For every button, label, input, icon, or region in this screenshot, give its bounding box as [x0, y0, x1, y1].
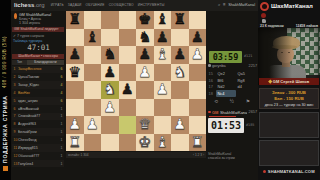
- white-clock: 01:53: [208, 118, 244, 133]
- white-knight-piece[interactable]: ♞: [173, 64, 186, 82]
- player-bottom-name[interactable]: ShakhMatKanal: [220, 110, 247, 115]
- tournament-players: 1 304 игрока: [19, 21, 64, 25]
- white-rank-tag: #185: [246, 123, 258, 127]
- white-pawn-piece[interactable]: ♟: [86, 116, 99, 134]
- player-top-name[interactable]: gorynba: [212, 64, 247, 68]
- donor-row: 12Обычный7771: [12, 152, 64, 160]
- player-bottom-row[interactable]: GM ShakhMatKanal 2657: [208, 110, 257, 115]
- left-edge-strip: 498 / 9 999 RUB (5%) ПОДДЕРЖКА СТРИМА: [0, 0, 11, 180]
- price-line-1: Зевок - 300 RUB: [272, 90, 306, 95]
- player-bottom-rating: 2657: [249, 110, 257, 114]
- square-a1[interactable]: ♜: [66, 134, 84, 152]
- donor-name: ВикНик: [18, 91, 61, 95]
- thumbs-up-icon: [262, 19, 266, 23]
- donor-value: 1: [61, 138, 63, 142]
- square-e1[interactable]: ♚: [136, 134, 154, 152]
- black-pawn-piece[interactable]: ♟: [173, 46, 186, 64]
- square-d3[interactable]: [119, 99, 137, 117]
- square-a7[interactable]: [66, 29, 84, 47]
- donor-row: 2ЧукчаПавлик6: [12, 73, 64, 81]
- black-pawn-piece[interactable]: ♟: [191, 29, 204, 47]
- square-a3[interactable]: [66, 99, 84, 117]
- square-h5[interactable]: [189, 64, 207, 82]
- chess-board[interactable]: ♜♚♝♜♝♞♟♟♟♞♟♝♟♟♛♟♟♞♞♟♟♟♟♟♛♟♜♚♝♜: [66, 11, 206, 151]
- square-a4[interactable]: [66, 81, 84, 99]
- donor-value: 1: [61, 154, 63, 158]
- square-c2[interactable]: [101, 116, 119, 134]
- menu-item-сообщество[interactable]: СООБЩЕСТВО: [109, 3, 134, 7]
- square-h1[interactable]: ♜: [189, 134, 207, 152]
- donor-tabs: Топ Благодарности: [12, 60, 64, 65]
- lichess-logo[interactable]: lichess.org: [14, 2, 45, 8]
- black-pawn-piece[interactable]: ♟: [138, 46, 151, 64]
- donor-name: Андрей963: [18, 122, 61, 126]
- subscribe-icon: [261, 13, 266, 18]
- square-g6[interactable]: ♟: [171, 46, 189, 64]
- square-c8[interactable]: [101, 11, 119, 29]
- black-bishop-piece[interactable]: ♝: [86, 29, 99, 47]
- donor-name: ЗахарВеселов: [18, 67, 61, 71]
- move-list[interactable]: 15Qe2Qa516Bf6Rg817Nd2d418Nc4: [207, 71, 257, 97]
- donor-value: 6: [61, 67, 63, 71]
- square-b4[interactable]: [84, 81, 102, 99]
- donor-value: 1: [61, 122, 63, 126]
- channel-stats: 23 К подписок 12458 лайков: [259, 24, 319, 28]
- streamer-live-icon: [208, 111, 211, 114]
- square-f7[interactable]: ♟: [154, 29, 172, 47]
- menu-item-обучение[interactable]: ОБУЧЕНИЕ: [86, 3, 105, 7]
- square-f5[interactable]: [154, 64, 172, 82]
- search-icon[interactable]: ⌕: [218, 3, 221, 8]
- square-d1[interactable]: [119, 134, 137, 152]
- square-d5[interactable]: [119, 64, 137, 82]
- donor-row: 3Захар_Юдин4: [12, 81, 64, 89]
- chat-line: спасибо за стрим: [208, 156, 256, 161]
- square-b8[interactable]: [84, 11, 102, 29]
- donor-value: 1: [61, 130, 63, 134]
- donor-value: 4: [61, 83, 63, 87]
- square-c6[interactable]: ♞: [101, 46, 119, 64]
- square-g2[interactable]: ♟: [171, 116, 189, 134]
- topbar-username[interactable]: ShakhMatKanal: [228, 3, 255, 7]
- black-pawn-piece[interactable]: ♟: [121, 81, 134, 99]
- donor-row: 5один_штрих6: [12, 97, 64, 105]
- black-knight-piece[interactable]: ♞: [138, 29, 151, 47]
- square-e5[interactable]: ♟: [136, 64, 154, 82]
- price-line-2: Бан - 150 RUB: [274, 96, 304, 101]
- donor-name: один_штрих: [18, 99, 61, 103]
- player-top-rating: 2257: [249, 64, 257, 68]
- donor-tab-top: Топ: [12, 60, 27, 65]
- channel-title: ШахМатКанал: [271, 3, 319, 9]
- donor-name: аВтоВажный: [18, 107, 61, 111]
- donor-value: 4: [61, 91, 63, 95]
- square-d2[interactable]: [119, 116, 137, 134]
- webcam-frame: [258, 28, 320, 85]
- donor-row: 9БелыйГром1: [12, 128, 64, 136]
- square-g8[interactable]: ♜: [171, 11, 189, 29]
- donor-row: 11Изумруд8151: [12, 144, 64, 152]
- donor-row: 6аВтоВажный1: [12, 105, 64, 113]
- donor-row: 10ChessФонд1: [12, 136, 64, 144]
- square-c4[interactable]: ♞: [101, 81, 119, 99]
- resign-button[interactable]: ⚑: [246, 99, 250, 104]
- move-white[interactable]: Nc4: [216, 90, 236, 97]
- donor-row: 4ВикНик4: [12, 89, 64, 97]
- white-bishop-piece[interactable]: ♝: [156, 134, 169, 152]
- webcam-caption: GM Сергей Шипов: [259, 78, 319, 85]
- square-h2[interactable]: [189, 116, 207, 134]
- black-pawn-piece[interactable]: ♟: [103, 64, 116, 82]
- donor-name: Обычный777: [18, 154, 61, 158]
- donor-name: Изумруд815: [18, 146, 61, 150]
- square-e3[interactable]: [136, 99, 154, 117]
- alert-box-1: [259, 112, 319, 138]
- square-d4[interactable]: ♟: [119, 81, 137, 99]
- donation-progress-label: 498 / 9 999 RUB (5%): [2, 4, 7, 88]
- donor-row: 13Голубев41: [12, 160, 64, 168]
- square-g1[interactable]: [171, 134, 189, 152]
- stream-support-label: ПОДДЕРЖКА СТРИМА: [2, 93, 8, 163]
- grid-menu-icon[interactable]: ≡: [223, 3, 226, 8]
- tournament-timer: 47:01: [11, 43, 66, 52]
- game-action-buttons: ⟲½⚑: [214, 99, 250, 104]
- square-c7[interactable]: [101, 29, 119, 47]
- white-queen-piece[interactable]: ♛: [138, 116, 151, 134]
- player-status-icon: [208, 64, 211, 67]
- camera-shading: [258, 28, 320, 85]
- pager[interactable]: ‹ 1 2 3 ›: [193, 153, 204, 157]
- black-king-piece[interactable]: ♚: [138, 11, 151, 29]
- square-b1[interactable]: [84, 134, 102, 152]
- orange-marker-icon: [3, 166, 8, 171]
- channel-logo-icon: [260, 2, 269, 11]
- square-e2[interactable]: ♛: [136, 116, 154, 134]
- square-a2[interactable]: ♟: [66, 116, 84, 134]
- lichess-topbar: lichess.org ИГРАТЬЗАДАЧИОБУЧЕНИЕСООБЩЕСТ…: [11, 0, 258, 11]
- white-pawn-piece[interactable]: ♟: [103, 99, 116, 117]
- donor-name: ЧукчаПавлик: [18, 75, 61, 79]
- takeback-button[interactable]: ⟲: [214, 99, 218, 104]
- black-pawn-piece[interactable]: ♟: [156, 29, 169, 47]
- square-d6[interactable]: [119, 46, 137, 64]
- square-f4[interactable]: ♟: [154, 81, 172, 99]
- stream-price-box: Зевок - 300 RUB Бан - 150 RUB день 23 — …: [259, 88, 319, 109]
- square-e7[interactable]: ♞: [136, 29, 154, 47]
- white-pawn-piece[interactable]: ♟: [156, 81, 169, 99]
- donor-value: 6: [61, 99, 63, 103]
- square-b7[interactable]: ♝: [84, 29, 102, 47]
- subscribers-count: 23 К подписок: [260, 24, 284, 28]
- white-king-piece[interactable]: ♚: [138, 134, 151, 152]
- square-a5[interactable]: ♛: [66, 64, 84, 82]
- record-dot-icon: [263, 170, 266, 173]
- player-top-row[interactable]: gorynba 2257: [208, 64, 257, 68]
- stream-footer: SHAHMATKANAL.COM: [259, 169, 319, 174]
- donor-value: 6: [61, 75, 63, 79]
- square-g7[interactable]: [171, 29, 189, 47]
- tournament-link[interactable]: Таблица турнира: [13, 39, 63, 43]
- square-b6[interactable]: [84, 46, 102, 64]
- donor-row: 8Андрей9631: [12, 120, 64, 128]
- schedule-line: день 23 — турнир на 30 мин: [265, 103, 314, 107]
- square-f1[interactable]: ♝: [154, 134, 172, 152]
- draw-button[interactable]: ½: [230, 99, 234, 104]
- black-queen-piece[interactable]: ♛: [68, 64, 81, 82]
- square-h3[interactable]: [189, 99, 207, 117]
- square-b5[interactable]: [84, 64, 102, 82]
- sponsor-header: ШахМатКанал • спонсоры: [12, 54, 64, 60]
- square-b2[interactable]: ♟: [84, 116, 102, 134]
- white-knight-piece[interactable]: ♞: [103, 81, 116, 99]
- player-bottom-title: GM: [212, 110, 218, 115]
- white-pawn-piece[interactable]: ♟: [68, 116, 81, 134]
- square-c1[interactable]: [101, 134, 119, 152]
- likes-count: 12458 лайков: [296, 24, 318, 28]
- donor-value: 1: [61, 114, 63, 118]
- square-h7[interactable]: ♟: [189, 29, 207, 47]
- donor-value: 1: [61, 107, 63, 111]
- donor-name: Захар_Юдин: [18, 83, 61, 87]
- square-a6[interactable]: ♟: [66, 46, 84, 64]
- black-rook-piece[interactable]: ♜: [68, 11, 81, 29]
- tournament-flame-icon: [14, 13, 18, 19]
- move-number: 18: [207, 90, 216, 97]
- donor-tab-thanks: Благодарности: [27, 60, 64, 65]
- square-c5[interactable]: ♟: [101, 64, 119, 82]
- square-a8[interactable]: ♜: [66, 11, 84, 29]
- donor-value: 1: [61, 162, 63, 166]
- square-f8[interactable]: ♝: [154, 11, 172, 29]
- black-knight-piece[interactable]: ♞: [103, 46, 116, 64]
- square-g4[interactable]: [171, 81, 189, 99]
- under-board-bar: онлайн: 1 304 ‹ 1 2 3 ›: [66, 152, 206, 158]
- streamer-underline: [209, 116, 236, 117]
- tournament-info: GM ShakhMatKanal Блиц • Арена 1 304 игро…: [19, 13, 64, 26]
- black-clock: 03:59: [209, 51, 242, 63]
- white-bishop-piece[interactable]: ♝: [156, 46, 169, 64]
- topbar-menu: ИГРАТЬЗАДАЧИОБУЧЕНИЕСООБЩЕСТВОИНСТРУМЕНТ…: [51, 3, 165, 7]
- white-rook-piece[interactable]: ♜: [191, 134, 204, 152]
- streamer-name-caption: GM Сергей Шипов: [273, 79, 309, 84]
- topbar-right: ⌕ ≡ ShakhMatKanal: [218, 3, 255, 8]
- donor-name: Спокойный77: [18, 114, 61, 118]
- square-e6[interactable]: ♟: [136, 46, 154, 64]
- white-pawn-piece[interactable]: ♟: [191, 46, 204, 64]
- black-rank-tag: #121: [244, 54, 257, 58]
- square-h4[interactable]: [189, 81, 207, 99]
- white-rook-piece[interactable]: ♜: [68, 134, 81, 152]
- square-f3[interactable]: [154, 99, 172, 117]
- donor-row: 1ЗахарВеселов6: [12, 66, 64, 74]
- square-c3[interactable]: ♟: [101, 99, 119, 117]
- black-bishop-piece[interactable]: ♝: [156, 11, 169, 29]
- move-black[interactable]: [236, 90, 257, 97]
- square-g3[interactable]: [171, 99, 189, 117]
- square-g5[interactable]: ♞: [171, 64, 189, 82]
- donor-value: 1: [61, 146, 63, 150]
- donor-list: 1ЗахарВеселов62ЧукчаПавлик63Захар_Юдин44…: [12, 66, 64, 168]
- menu-item-играть[interactable]: ИГРАТЬ: [51, 3, 64, 7]
- donor-name: БелыйГром: [18, 130, 61, 134]
- square-h8[interactable]: [189, 11, 207, 29]
- square-b3[interactable]: [84, 99, 102, 117]
- white-pawn-piece[interactable]: ♟: [138, 64, 151, 82]
- square-f2[interactable]: [154, 116, 172, 134]
- menu-item-инструменты[interactable]: ИНСТРУМЕНТЫ: [138, 3, 165, 7]
- donor-row: 7Спокойный771: [12, 113, 64, 121]
- square-h6[interactable]: ♟: [189, 46, 207, 64]
- diamond-icon: [268, 79, 272, 83]
- black-pawn-piece[interactable]: ♟: [68, 46, 81, 64]
- square-e4[interactable]: [136, 81, 154, 99]
- alert-box-2: [259, 140, 319, 166]
- menu-item-задачи[interactable]: ЗАДАЧИ: [68, 3, 82, 7]
- footer-site: SHAHMATKANAL.COM: [268, 169, 315, 174]
- chat-lines: ShakhMatKanal спасибо за стрим: [208, 152, 256, 161]
- tournament-leader-chip: GM ShakhMatKanal лидирует: [12, 27, 64, 32]
- spectators-label: онлайн: 1 304: [68, 153, 88, 157]
- square-f6[interactable]: ♝: [154, 46, 172, 64]
- square-e8[interactable]: ♚: [136, 11, 154, 29]
- black-rook-piece[interactable]: ♜: [173, 11, 186, 29]
- square-d8[interactable]: [119, 11, 137, 29]
- white-pawn-piece[interactable]: ♟: [173, 116, 186, 134]
- square-d7[interactable]: [119, 29, 137, 47]
- screen: 498 / 9 999 RUB (5%) ПОДДЕРЖКА СТРИМА li…: [0, 0, 320, 180]
- donor-name: Голубев4: [18, 162, 61, 166]
- donor-name: ChessФонд: [18, 138, 61, 142]
- tournament-status: ✓ 7 туров сыграно: [13, 34, 63, 38]
